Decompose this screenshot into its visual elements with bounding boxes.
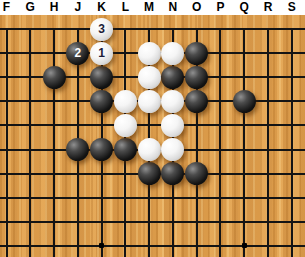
stone-black-N17[interactable] [161,66,184,89]
stone-black-K16[interactable] [90,90,113,113]
stone-black-L14[interactable] [114,138,137,161]
stone-white-M17[interactable] [138,66,161,89]
stone-black-O18[interactable] [185,42,208,65]
coordinate-label-R: R [264,0,273,15]
coordinate-label-N: N [169,0,178,15]
grid-vline-col-Q [243,28,245,257]
move-2-stone-black-J18[interactable]: 2 [66,42,89,65]
move-number-label: 2 [66,42,89,65]
stone-black-K14[interactable] [90,138,113,161]
grid-vline-col-F [6,28,8,257]
stone-white-L16[interactable] [114,90,137,113]
grid-vline-col-P [219,28,221,257]
grid-vline-col-R [267,28,269,257]
coordinate-label-Q: Q [240,0,249,15]
coordinate-bar: FGHJKLMNOPQRS [0,0,305,15]
coordinate-label-H: H [50,0,59,15]
stone-white-L15[interactable] [114,114,137,137]
coordinate-label-S: S [288,0,296,15]
stone-white-N18[interactable] [161,42,184,65]
grid-hline-row-15 [0,124,305,126]
coordinate-label-J: J [74,0,81,15]
stone-black-H17[interactable] [43,66,66,89]
grid-hline-row-11 [0,221,305,223]
coordinate-label-K: K [97,0,106,15]
coordinate-label-M: M [144,0,154,15]
grid-vline-col-S [291,28,293,257]
grid-vline-col-H [53,28,55,257]
star-point-Q10 [242,243,247,248]
stone-black-O16[interactable] [185,90,208,113]
stone-black-O17[interactable] [185,66,208,89]
grid-hline-row-12 [0,197,305,199]
stone-black-Q16[interactable] [233,90,256,113]
coordinate-label-L: L [122,0,129,15]
stone-white-M16[interactable] [138,90,161,113]
move-1-stone-white-K18[interactable]: 1 [90,42,113,65]
grid-hline-row-10 [0,245,305,247]
grid-hline-row-19 [0,28,305,30]
coordinate-label-O: O [192,0,201,15]
coordinate-label-P: P [216,0,224,15]
go-board-diagram: FGHJKLMNOPQRS 231 [0,0,305,257]
stone-white-M14[interactable] [138,138,161,161]
move-number-label: 3 [90,18,113,41]
coordinate-label-F: F [3,0,10,15]
stone-white-M18[interactable] [138,42,161,65]
stone-black-M13[interactable] [138,162,161,185]
star-point-K10 [99,243,104,248]
move-number-label: 1 [90,42,113,65]
coordinate-label-G: G [26,0,35,15]
move-3-stone-white-K19[interactable]: 3 [90,18,113,41]
stone-black-K17[interactable] [90,66,113,89]
grid-vline-col-G [29,28,31,257]
